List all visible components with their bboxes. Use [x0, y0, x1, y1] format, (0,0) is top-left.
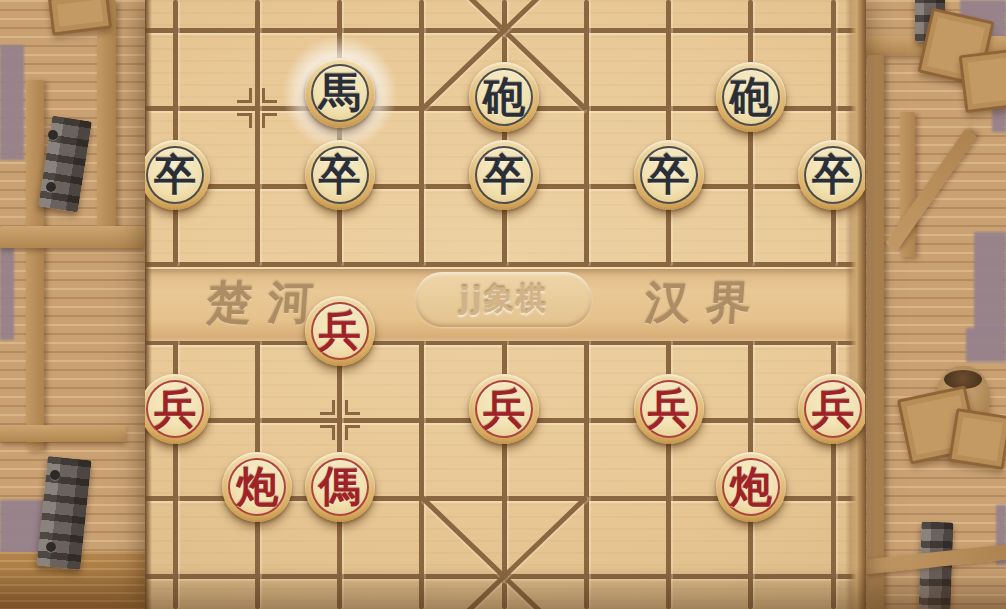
piece-disc: 傌: [305, 452, 375, 522]
support-beam: [26, 80, 44, 450]
file-line: [831, 0, 836, 266]
cross-beam: [0, 425, 126, 442]
piece-character: 砲: [730, 76, 772, 118]
piece-disc: 兵: [305, 296, 375, 366]
gap-shadow: [966, 328, 1006, 362]
piece-character: 炮: [730, 466, 772, 508]
wooden-crate: [959, 49, 1006, 113]
piece-character: 卒: [483, 154, 525, 196]
piece-black-horse[interactable]: 馬: [305, 58, 375, 128]
piece-disc: 兵: [469, 374, 539, 444]
river-label-han-jie: 汉界: [643, 273, 769, 333]
piece-character: 馬: [319, 72, 361, 114]
piece-disc: 炮: [716, 452, 786, 522]
piece-red-soldier[interactable]: 兵: [469, 374, 539, 444]
piece-character: 卒: [648, 154, 690, 196]
piece-red-soldier[interactable]: 兵: [145, 374, 210, 444]
piece-character: 兵: [319, 310, 361, 352]
piece-face-ring: 兵: [804, 380, 862, 438]
piece-disc: 兵: [798, 374, 865, 444]
piece-black-soldier[interactable]: 卒: [798, 140, 865, 210]
piece-disc: 砲: [469, 62, 539, 132]
piece-disc: 砲: [716, 62, 786, 132]
piece-face-ring: 馬: [311, 64, 369, 122]
piece-disc: 卒: [305, 140, 375, 210]
support-beam: [97, 0, 116, 230]
piece-character: 卒: [154, 154, 196, 196]
point-marker: [235, 86, 279, 130]
piece-face-ring: 兵: [311, 302, 369, 360]
bolt-knob: [50, 470, 60, 480]
bolt-knob: [46, 542, 56, 552]
support-beam: [867, 55, 884, 609]
piece-character: 卒: [812, 154, 854, 196]
point-marker: [318, 398, 362, 442]
board-right-edge: [845, 0, 866, 609]
piece-red-cannon[interactable]: 炮: [716, 452, 786, 522]
diagonal-beam: [885, 129, 977, 252]
file-line: [748, 0, 753, 266]
piece-face-ring: 卒: [146, 146, 204, 204]
piece-red-cannon[interactable]: 炮: [222, 452, 292, 522]
xiangqi-board[interactable]: 楚河 JJ象棋 汉界 馬砲砲卒卒卒卒卒兵兵兵兵兵炮傌炮: [145, 0, 865, 609]
file-line: [584, 0, 589, 266]
piece-character: 兵: [648, 388, 690, 430]
piece-face-ring: 砲: [475, 68, 533, 126]
piece-character: 傌: [319, 466, 361, 508]
piece-face-ring: 卒: [640, 146, 698, 204]
game-scene: 楚河 JJ象棋 汉界 馬砲砲卒卒卒卒卒兵兵兵兵兵炮傌炮: [0, 0, 1006, 609]
piece-face-ring: 兵: [640, 380, 698, 438]
piece-character: 兵: [812, 388, 854, 430]
piece-face-ring: 兵: [146, 380, 204, 438]
piece-face-ring: 炮: [722, 458, 780, 516]
board-left-edge: [145, 0, 152, 609]
river-band: 楚河 JJ象棋 汉界: [145, 269, 865, 341]
background-left-scaffold: [0, 0, 145, 609]
piece-red-horse[interactable]: 傌: [305, 452, 375, 522]
file-line: [255, 0, 260, 266]
file-line: [502, 0, 507, 266]
piece-black-soldier[interactable]: 卒: [145, 140, 210, 210]
piece-red-soldier[interactable]: 兵: [798, 374, 865, 444]
piece-disc: 炮: [222, 452, 292, 522]
file-line: [419, 0, 424, 266]
piece-face-ring: 砲: [722, 68, 780, 126]
piece-face-ring: 傌: [311, 458, 369, 516]
piece-disc: 卒: [798, 140, 865, 210]
piece-disc: 卒: [634, 140, 704, 210]
gap-shadow: [974, 232, 1006, 332]
gap-shadow: [0, 45, 24, 160]
piece-face-ring: 卒: [804, 146, 862, 204]
piece-disc: 兵: [634, 374, 704, 444]
piece-black-soldier[interactable]: 卒: [469, 140, 539, 210]
jj-xiangqi-logo-text: JJ象棋: [459, 279, 548, 320]
file-line: [666, 0, 671, 266]
file-line: [419, 340, 424, 609]
piece-black-cannon[interactable]: 砲: [716, 62, 786, 132]
piece-black-cannon[interactable]: 砲: [469, 62, 539, 132]
piece-black-soldier[interactable]: 卒: [634, 140, 704, 210]
piece-disc: 卒: [145, 140, 210, 210]
piece-character: 砲: [483, 76, 525, 118]
piece-face-ring: 卒: [311, 146, 369, 204]
bolt-knob: [46, 182, 56, 192]
piece-disc: 兵: [145, 374, 210, 444]
bolt-knob: [48, 130, 58, 140]
piece-face-ring: 炮: [228, 458, 286, 516]
cross-beam: [0, 226, 145, 248]
piece-face-ring: 兵: [475, 380, 533, 438]
wooden-crate: [948, 408, 1006, 470]
piece-black-soldier[interactable]: 卒: [305, 140, 375, 210]
piece-character: 炮: [236, 466, 278, 508]
piece-disc: 馬: [305, 58, 375, 128]
piece-disc: 卒: [469, 140, 539, 210]
piece-character: 兵: [154, 388, 196, 430]
piece-face-ring: 卒: [475, 146, 533, 204]
jj-xiangqi-logo: JJ象棋: [415, 272, 592, 327]
file-line: [173, 0, 178, 266]
serrated-rail: [38, 115, 92, 212]
piece-red-soldier[interactable]: 兵: [634, 374, 704, 444]
piece-character: 兵: [483, 388, 525, 430]
background-right-scaffold: [861, 0, 1006, 609]
file-line: [584, 340, 589, 609]
piece-red-soldier[interactable]: 兵: [305, 296, 375, 366]
piece-character: 卒: [319, 154, 361, 196]
